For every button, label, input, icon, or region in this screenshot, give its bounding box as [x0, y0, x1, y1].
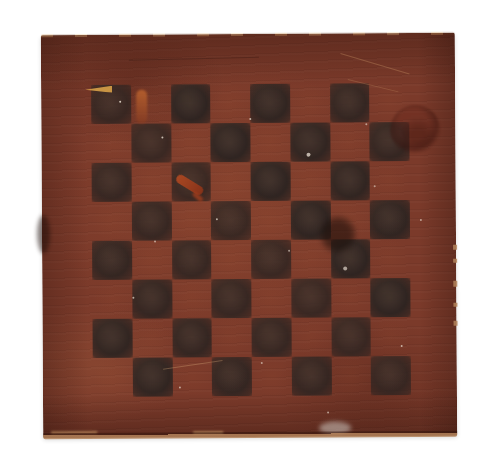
square-d6 [211, 162, 251, 201]
bottom-edge-wear-1 [51, 431, 97, 434]
square-b5 [132, 201, 172, 240]
square-e6 [251, 162, 291, 201]
square-h6 [370, 161, 410, 200]
square-d3 [212, 279, 252, 318]
square-e4 [251, 240, 291, 279]
square-h3 [371, 278, 411, 317]
edge-notch-4 [453, 303, 457, 307]
square-a3 [92, 280, 132, 319]
square-b1 [132, 357, 172, 396]
square-b7 [131, 123, 171, 162]
square-e8 [250, 84, 290, 123]
edge-notch-2 [453, 259, 457, 263]
edge-notch-3 [453, 281, 457, 287]
square-c6 [171, 162, 211, 201]
square-c1 [172, 357, 212, 396]
bottom-edge-wear-2 [193, 431, 223, 434]
square-h4 [370, 239, 410, 278]
square-a8 [91, 85, 131, 124]
square-h7 [370, 122, 410, 161]
square-d4 [211, 240, 251, 279]
square-d5 [211, 201, 251, 240]
square-c3 [172, 279, 212, 318]
square-f3 [291, 279, 331, 318]
square-a4 [92, 241, 132, 280]
square-e3 [251, 279, 291, 318]
square-d7 [211, 123, 251, 162]
square-d2 [212, 318, 252, 357]
square-a2 [93, 319, 133, 358]
square-e2 [252, 318, 292, 357]
square-b4 [132, 240, 172, 279]
square-a7 [91, 124, 131, 163]
square-a1 [93, 358, 133, 397]
checkerboard-grid [91, 83, 411, 397]
square-g2 [331, 317, 371, 356]
square-f8 [290, 84, 330, 123]
square-e7 [250, 123, 290, 162]
square-f1 [291, 356, 331, 395]
scratch-line-1 [340, 53, 409, 75]
square-f2 [291, 318, 331, 357]
square-d8 [210, 84, 250, 123]
square-c7 [171, 123, 211, 162]
square-b2 [132, 318, 172, 357]
square-a5 [92, 202, 132, 241]
square-h8 [369, 83, 409, 122]
photo-background [0, 0, 500, 473]
square-h2 [371, 317, 411, 356]
square-f5 [291, 201, 331, 240]
square-e1 [252, 357, 292, 396]
square-b8 [131, 84, 171, 123]
square-d1 [212, 357, 252, 396]
square-b6 [131, 162, 171, 201]
square-f6 [290, 162, 330, 201]
square-g1 [331, 356, 371, 395]
square-e5 [251, 201, 291, 240]
edge-notch-1 [453, 245, 457, 250]
edge-notch-5 [454, 321, 458, 326]
square-c8 [171, 84, 211, 123]
square-g6 [330, 161, 370, 200]
square-g4 [331, 239, 371, 278]
square-g5 [330, 200, 370, 239]
square-g8 [330, 83, 370, 122]
square-g7 [330, 122, 370, 161]
square-h1 [371, 356, 411, 395]
gray-scuff-mark [319, 421, 351, 434]
square-b3 [132, 279, 172, 318]
square-c4 [172, 240, 212, 279]
game-board [41, 33, 457, 439]
left-edge-knot [37, 215, 50, 253]
square-g3 [331, 278, 371, 317]
square-c5 [171, 201, 211, 240]
square-f7 [290, 123, 330, 162]
scratch-line-3 [129, 57, 259, 61]
square-h5 [370, 200, 410, 239]
square-c2 [172, 318, 212, 357]
square-a6 [92, 163, 132, 202]
square-f4 [291, 240, 331, 279]
